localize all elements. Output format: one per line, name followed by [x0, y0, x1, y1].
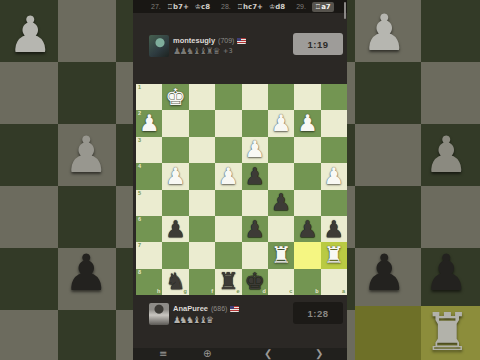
square-b1[interactable] — [294, 84, 320, 110]
square-a4[interactable]: ♟ — [321, 163, 347, 189]
black-pawn: ♟ — [162, 216, 188, 242]
square-a1[interactable] — [321, 84, 347, 110]
rank-label: 5 — [138, 191, 141, 197]
square-g3[interactable] — [162, 137, 188, 163]
square-e8[interactable]: e♜ — [215, 269, 241, 295]
move-list-scrollbar — [344, 2, 346, 19]
square-b8[interactable]: b — [294, 269, 320, 295]
opponent-captured-pieces: ♟♟♞♝♝♜♛ +3 — [173, 47, 233, 56]
move-number: 28. — [221, 3, 231, 10]
square-e5[interactable] — [215, 190, 241, 216]
bg-piece-black-pawn: ♟ — [362, 248, 407, 298]
opponent-avatar[interactable] — [149, 35, 169, 57]
rank-label: 1 — [138, 85, 141, 91]
file-label: f — [211, 289, 213, 295]
white-pawn: ♟ — [294, 110, 320, 136]
square-a6[interactable]: ♟ — [321, 216, 347, 242]
move-number: 29. — [296, 3, 306, 10]
black-pawn: ♟ — [242, 163, 268, 189]
square-d7[interactable] — [242, 242, 268, 268]
white-rook: ♜ — [321, 242, 347, 268]
bg-piece-black-pawn: ♟ — [64, 248, 109, 298]
background-highlight-square — [355, 306, 421, 360]
rank-label: 8 — [138, 270, 141, 276]
square-c2[interactable]: ♟ — [268, 110, 294, 136]
square-f8[interactable]: f — [189, 269, 215, 295]
square-f4[interactable] — [189, 163, 215, 189]
square-c5[interactable]: ♟ — [268, 190, 294, 216]
square-c6[interactable] — [268, 216, 294, 242]
bg-piece-black-pawn: ♟ — [424, 248, 469, 298]
white-rook: ♜ — [268, 242, 294, 268]
move-token[interactable]: ♖a7 — [312, 2, 334, 12]
rank-label: 7 — [138, 243, 141, 249]
file-label: g — [183, 289, 186, 295]
white-pawn: ♟ — [215, 163, 241, 189]
black-pawn: ♟ — [321, 216, 347, 242]
player-avatar[interactable] — [149, 303, 169, 325]
square-a5[interactable] — [321, 190, 347, 216]
move-token[interactable]: ♔d8 — [269, 3, 285, 11]
square-f5[interactable] — [189, 190, 215, 216]
file-label: e — [236, 289, 239, 295]
game-toolbar: ≡⊕❮❯ — [133, 348, 347, 360]
square-c4[interactable] — [268, 163, 294, 189]
move-list[interactable]: 27.♖b7+♔c828.♖hc7+♔d829.♖a7 — [133, 0, 347, 13]
file-label: h — [157, 289, 160, 295]
bg-piece-gray-pawn: ♟ — [424, 130, 469, 180]
square-h2[interactable]: 2♟ — [136, 110, 162, 136]
square-g7[interactable] — [162, 242, 188, 268]
square-f6[interactable] — [189, 216, 215, 242]
square-e6[interactable] — [215, 216, 241, 242]
square-h4[interactable]: 4 — [136, 163, 162, 189]
chess-board[interactable]: 1♚2♟♟♟3♟4♟♟♟♟5♟6♟♟♟♟7♜♜8hg♞fe♜d♚cba — [136, 84, 347, 295]
square-f7[interactable] — [189, 242, 215, 268]
opponent-name: montesugly — [173, 36, 215, 45]
square-f3[interactable] — [189, 137, 215, 163]
square-g2[interactable] — [162, 110, 188, 136]
white-pawn: ♟ — [321, 163, 347, 189]
square-g8[interactable]: g♞ — [162, 269, 188, 295]
player-name: AnaPuree — [173, 304, 208, 313]
player-rating: (686) — [211, 305, 227, 312]
bg-piece-gray-pawn: ♟ — [64, 130, 109, 180]
square-e2[interactable] — [215, 110, 241, 136]
bg-piece-white-pawn: ♟ — [8, 10, 53, 60]
square-h7[interactable]: 7 — [136, 242, 162, 268]
square-e7[interactable] — [215, 242, 241, 268]
square-d6[interactable]: ♟ — [242, 216, 268, 242]
square-f2[interactable] — [189, 110, 215, 136]
back-icon[interactable]: ❮ — [264, 349, 272, 359]
square-a8[interactable]: a — [321, 269, 347, 295]
rank-label: 2 — [138, 111, 141, 117]
rank-label: 6 — [138, 217, 141, 223]
square-b2[interactable]: ♟ — [294, 110, 320, 136]
square-c8[interactable]: c — [268, 269, 294, 295]
square-e4[interactable]: ♟ — [215, 163, 241, 189]
us-flag-icon — [230, 306, 239, 312]
screenshot-root: ♟♟♟♟♟♟♟♜ 27.♖b7+♔c828.♖hc7+♔d829.♖a7 mon… — [0, 0, 480, 360]
black-pawn: ♟ — [294, 216, 320, 242]
square-d3[interactable]: ♟ — [242, 137, 268, 163]
square-h1[interactable]: 1 — [136, 84, 162, 110]
square-c7[interactable]: ♜ — [268, 242, 294, 268]
square-g4[interactable]: ♟ — [162, 163, 188, 189]
black-pawn: ♟ — [268, 190, 294, 216]
square-b6[interactable]: ♟ — [294, 216, 320, 242]
square-c3[interactable] — [268, 137, 294, 163]
rank-label: 3 — [138, 138, 141, 144]
square-b7[interactable] — [294, 242, 320, 268]
rank-label: 4 — [138, 164, 141, 170]
move-token[interactable]: ♖hc7+ — [237, 3, 263, 11]
square-e3[interactable] — [215, 137, 241, 163]
material-advantage: +3 — [223, 48, 233, 55]
square-g1[interactable]: ♚ — [162, 84, 188, 110]
file-label: a — [342, 289, 345, 295]
game-screen: 27.♖b7+♔c828.♖hc7+♔d829.♖a7 montesugly (… — [133, 0, 347, 360]
white-pawn: ♟ — [162, 163, 188, 189]
square-d5[interactable] — [242, 190, 268, 216]
square-g6[interactable]: ♟ — [162, 216, 188, 242]
square-h8[interactable]: 8h — [136, 269, 162, 295]
square-c1[interactable] — [268, 84, 294, 110]
file-label: b — [315, 289, 318, 295]
player-captured-pieces: ♟♞♞♝♝♛ — [173, 316, 212, 325]
square-d2[interactable] — [242, 110, 268, 136]
square-b4[interactable] — [294, 163, 320, 189]
move-number: 27. — [151, 3, 161, 10]
square-g5[interactable] — [162, 190, 188, 216]
square-e1[interactable] — [215, 84, 241, 110]
file-label: d — [263, 289, 266, 295]
player-clock: 1:28 — [293, 302, 343, 324]
file-label: c — [289, 289, 292, 295]
opponent-rating: (709) — [218, 37, 234, 44]
opponent-clock: 1:19 — [293, 33, 343, 55]
opponent-name-row[interactable]: montesugly (709) — [173, 36, 246, 45]
bg-piece-white-pawn: ♟ — [362, 8, 407, 58]
square-b3[interactable] — [294, 137, 320, 163]
square-f1[interactable] — [189, 84, 215, 110]
square-h3[interactable]: 3 — [136, 137, 162, 163]
square-h6[interactable]: 6 — [136, 216, 162, 242]
white-pawn: ♟ — [242, 137, 268, 163]
square-d1[interactable] — [242, 84, 268, 110]
square-d8[interactable]: d♚ — [242, 269, 268, 295]
move-token[interactable]: ♔c8 — [195, 3, 210, 11]
square-a7[interactable]: ♜ — [321, 242, 347, 268]
player-name-row[interactable]: AnaPuree (686) — [173, 304, 239, 313]
white-pawn: ♟ — [268, 110, 294, 136]
forward-icon[interactable]: ❯ — [315, 349, 323, 359]
menu-icon[interactable]: ≡ — [159, 349, 167, 359]
square-d4[interactable]: ♟ — [242, 163, 268, 189]
square-a3[interactable] — [321, 137, 347, 163]
square-b5[interactable] — [294, 190, 320, 216]
white-king: ♚ — [162, 84, 188, 110]
us-flag-icon — [237, 38, 246, 44]
bg-piece-white-rook: ♜ — [424, 306, 471, 358]
square-h5[interactable]: 5 — [136, 190, 162, 216]
plus-circle-icon[interactable]: ⊕ — [203, 349, 211, 359]
move-token[interactable]: ♖b7+ — [167, 3, 189, 11]
black-pawn: ♟ — [242, 216, 268, 242]
square-a2[interactable] — [321, 110, 347, 136]
